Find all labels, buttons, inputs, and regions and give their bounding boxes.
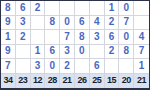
grid-cell: 6 <box>105 30 120 45</box>
sum-cell: 23 <box>16 74 31 89</box>
grid-cell[interactable] <box>75 59 90 74</box>
grid-cell[interactable] <box>31 30 46 45</box>
grid-cell: 9 <box>1 16 16 31</box>
grid-cell: 7 <box>119 16 134 31</box>
grid-cell: 0 <box>119 1 134 16</box>
grid-cell: 0 <box>75 45 90 60</box>
grid-cell[interactable] <box>134 16 149 31</box>
grid-cell[interactable] <box>31 16 46 31</box>
grid-cell: 1 <box>1 30 16 45</box>
grid-cell: 7 <box>1 59 16 74</box>
grid-cell: 7 <box>60 30 75 45</box>
grid-cell: 8 <box>1 1 16 16</box>
grid-cell: 6 <box>75 16 90 31</box>
grid-cell[interactable] <box>90 1 105 16</box>
grid-cell[interactable] <box>90 45 105 60</box>
sum-cell: 26 <box>75 74 90 89</box>
grid-cell[interactable] <box>134 1 149 16</box>
grid-cell[interactable] <box>16 59 31 74</box>
grid-cell: 2 <box>105 45 120 60</box>
grid-cell: 2 <box>16 30 31 45</box>
grid-cell: 7 <box>134 45 149 60</box>
sum-cell: 25 <box>90 74 105 89</box>
grid-cell: 2 <box>105 16 120 31</box>
grid-cell: 0 <box>45 59 60 74</box>
grid-cell: 1 <box>105 1 120 16</box>
grid-cell: 0 <box>119 30 134 45</box>
grid-cell: 3 <box>90 30 105 45</box>
grid-cell[interactable] <box>16 45 31 60</box>
grid-cell: 4 <box>90 16 105 31</box>
sum-cell: 21 <box>60 74 75 89</box>
grid-cell[interactable] <box>60 1 75 16</box>
grid-cell: 8 <box>119 45 134 60</box>
grid-cell[interactable] <box>105 59 120 74</box>
grid-cell: 6 <box>90 59 105 74</box>
grid-cell: 6 <box>16 1 31 16</box>
grid-cell[interactable] <box>45 1 60 16</box>
grid-cell: 6 <box>45 45 60 60</box>
grid-cell: 1 <box>134 59 149 74</box>
sum-cell: 28 <box>45 74 60 89</box>
grid-cell: 9 <box>1 45 16 60</box>
grid-cell: 8 <box>75 30 90 45</box>
puzzle-board: 8621093806427127836049163028773026134231… <box>0 0 150 90</box>
grid-cell: 4 <box>134 30 149 45</box>
grid-cell[interactable] <box>45 30 60 45</box>
grid-cell: 3 <box>60 45 75 60</box>
grid-cell: 2 <box>31 1 46 16</box>
sum-cell: 21 <box>134 74 149 89</box>
sum-cell: 12 <box>31 74 46 89</box>
grid-cell: 1 <box>31 45 46 60</box>
sum-cell: 15 <box>105 74 120 89</box>
grid-cell: 3 <box>16 16 31 31</box>
grid-cell: 2 <box>60 59 75 74</box>
grid-cell[interactable] <box>119 59 134 74</box>
grid-cell: 8 <box>45 16 60 31</box>
sum-cell: 20 <box>119 74 134 89</box>
sum-cell: 34 <box>1 74 16 89</box>
grid-cell[interactable] <box>75 1 90 16</box>
grid-cell: 3 <box>31 59 46 74</box>
grid-cell: 0 <box>60 16 75 31</box>
